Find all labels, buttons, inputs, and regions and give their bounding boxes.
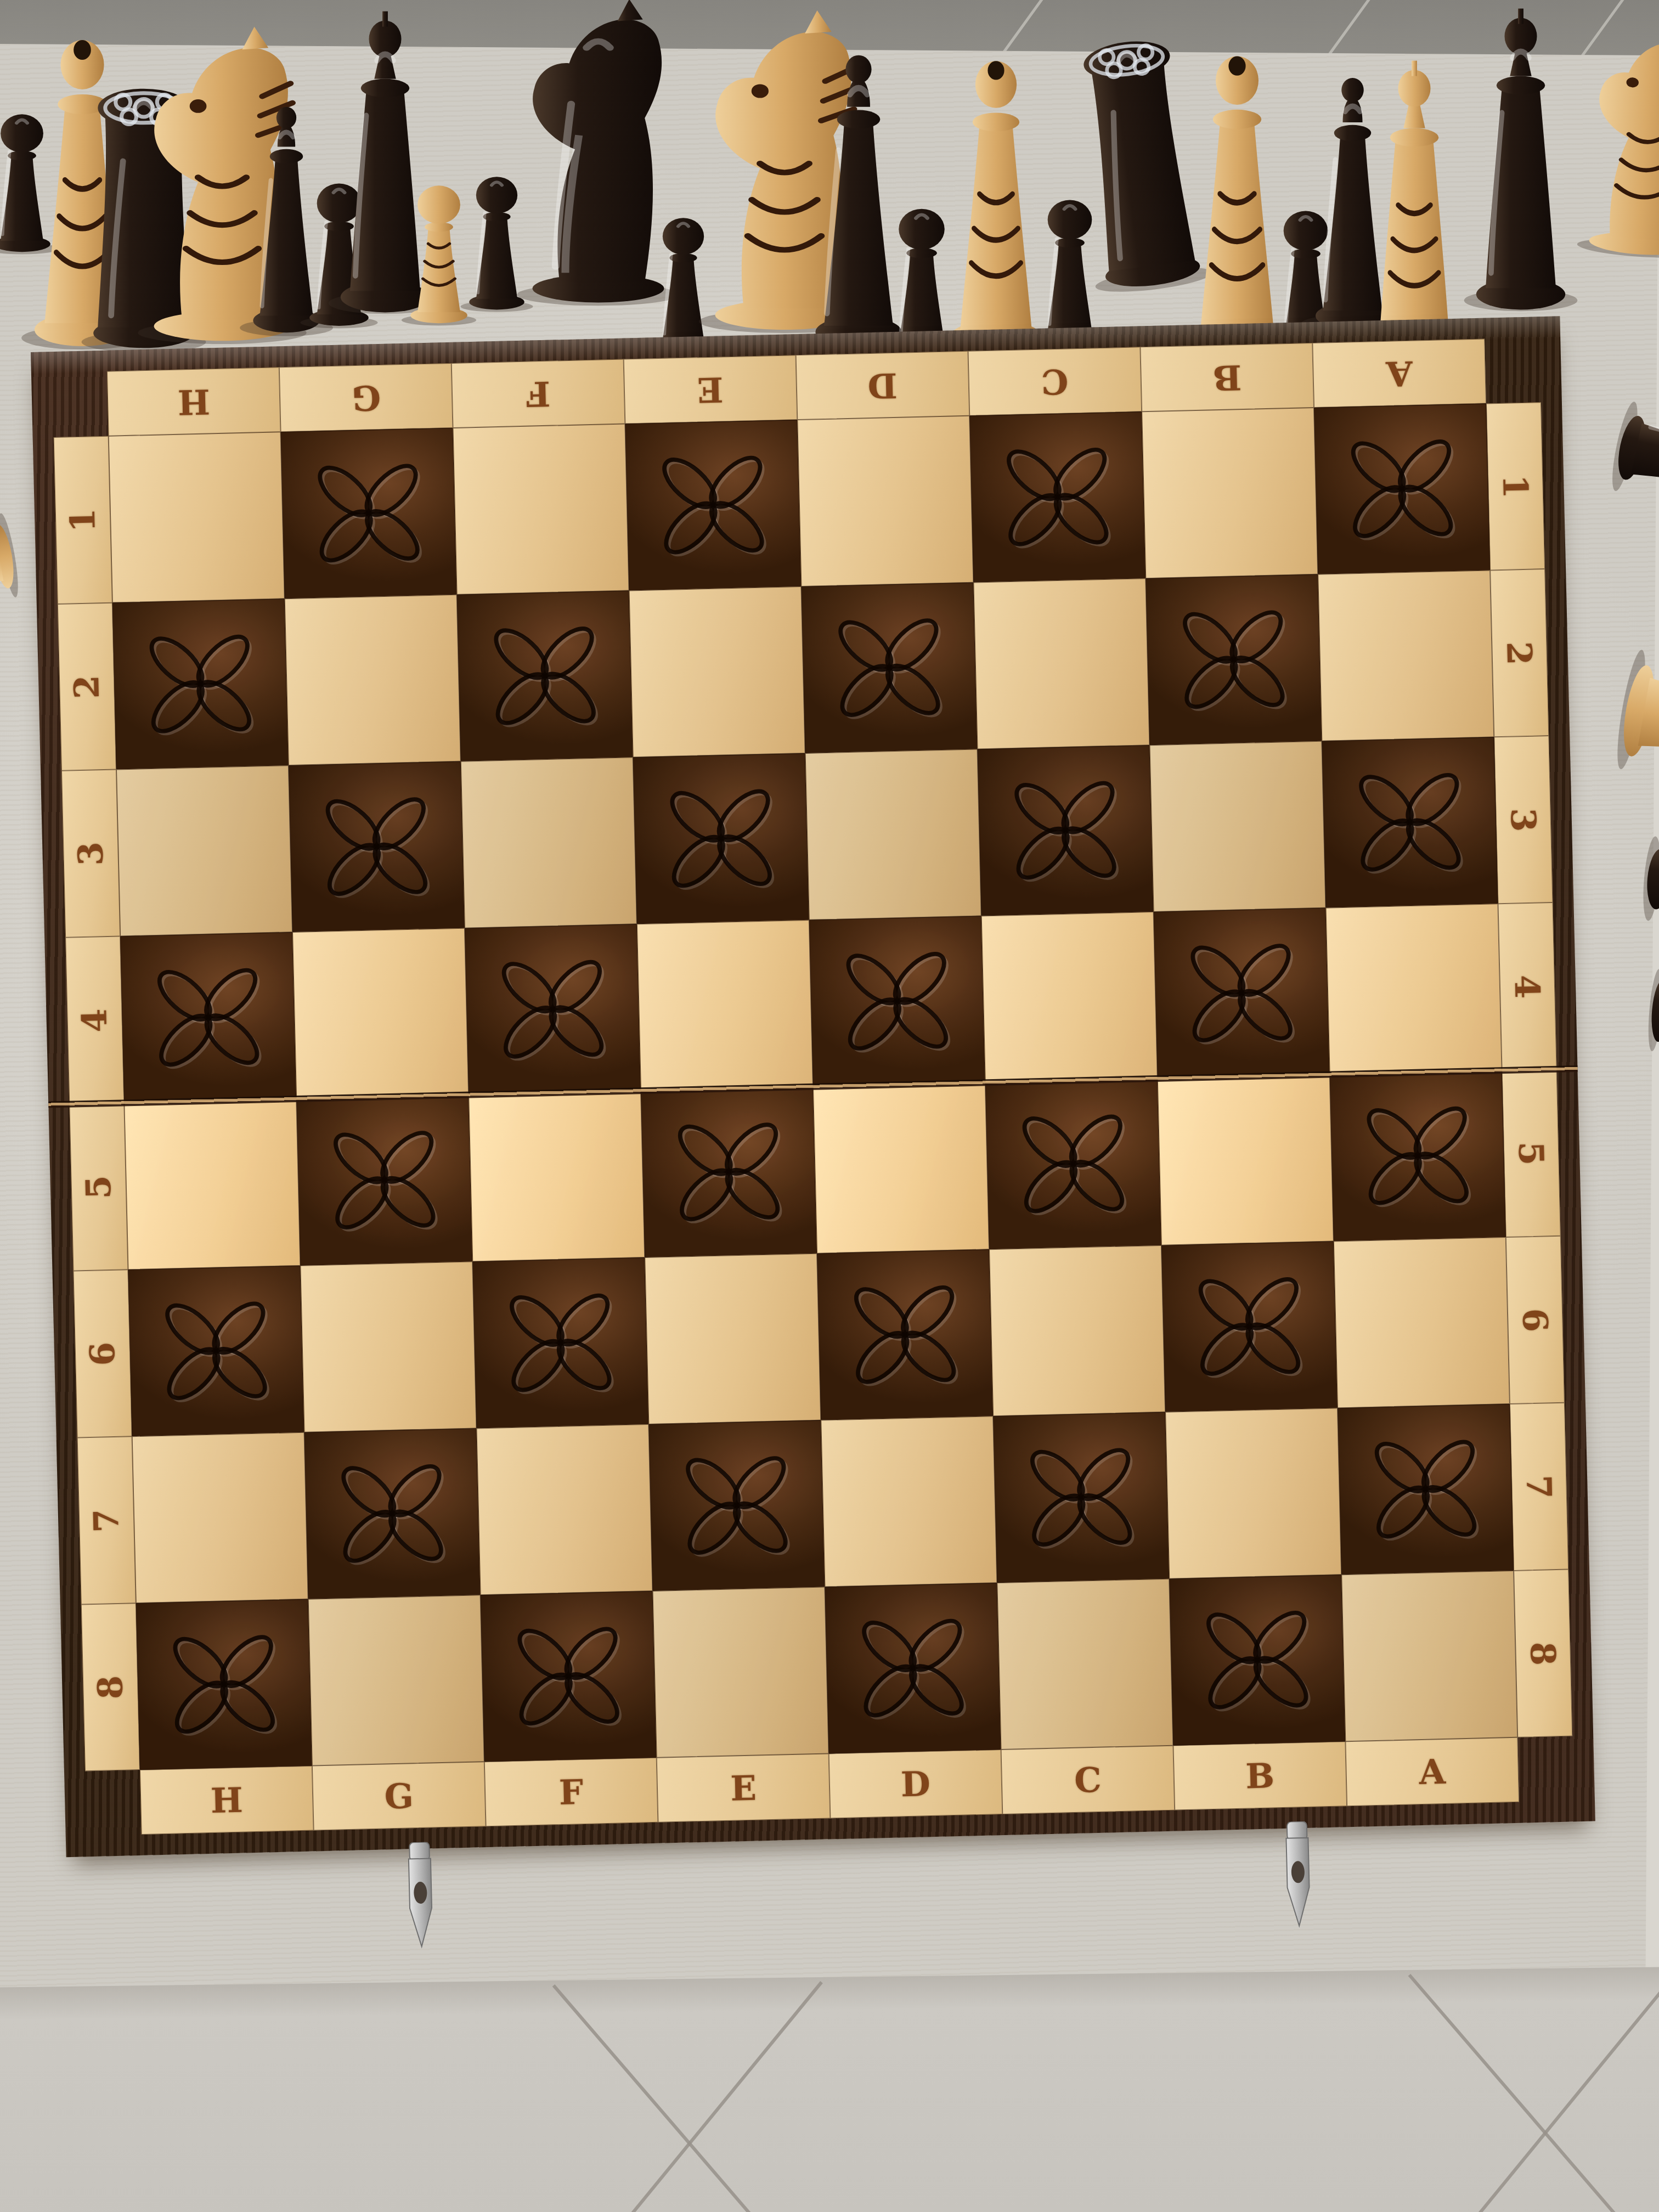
square-e4[interactable] xyxy=(637,920,813,1091)
rank-right-cell-7: 7 xyxy=(1510,1403,1568,1571)
square-a6[interactable] xyxy=(1334,1237,1510,1408)
rank-left-label: 4 xyxy=(75,1008,115,1032)
square-c5[interactable] xyxy=(985,1079,1161,1249)
rank-right-label: 2 xyxy=(1499,641,1540,665)
file-top-cell-f: F xyxy=(452,359,625,428)
square-g4[interactable] xyxy=(292,928,469,1099)
square-e5[interactable] xyxy=(641,1087,817,1257)
file-bottom-label: B xyxy=(1245,1756,1275,1796)
file-top-label: D xyxy=(867,365,898,405)
square-e6[interactable] xyxy=(645,1254,821,1424)
square-g7[interactable] xyxy=(304,1428,481,1599)
dark-king-offboard[interactable] xyxy=(1453,5,1588,313)
rank-left-label: 7 xyxy=(86,1508,127,1533)
square-a3[interactable] xyxy=(1322,737,1498,907)
rank-left-label: 3 xyxy=(71,841,111,866)
square-d6[interactable] xyxy=(817,1249,993,1420)
file-bottom-cell-e: E xyxy=(657,1753,831,1822)
file-bottom-label: A xyxy=(1419,1751,1446,1792)
file-top-cell-b: B xyxy=(1140,343,1314,411)
square-a8[interactable] xyxy=(1341,1571,1517,1741)
rank-right-label: 1 xyxy=(1496,474,1536,499)
file-bottom-cell-c: C xyxy=(1001,1746,1175,1814)
file-bottom-cell-g: G xyxy=(312,1762,486,1830)
rank-right-cell-6: 6 xyxy=(1506,1236,1565,1404)
floor-grout-line xyxy=(1408,1974,1659,2212)
square-h3[interactable] xyxy=(116,765,292,936)
square-a7[interactable] xyxy=(1338,1404,1514,1575)
file-top-label: E xyxy=(697,369,724,410)
square-a5[interactable] xyxy=(1330,1070,1506,1241)
rank-right-label: 4 xyxy=(1507,974,1548,999)
rank-right-cell-4: 4 xyxy=(1498,902,1556,1070)
file-top-label: G xyxy=(351,377,381,418)
file-top-cell-e: E xyxy=(624,355,798,424)
file-top-label: A xyxy=(1386,353,1413,393)
square-h5[interactable] xyxy=(124,1099,300,1269)
rank-left-cell-7: 7 xyxy=(77,1436,136,1604)
square-d4[interactable] xyxy=(809,916,985,1086)
rank-left-cell-2: 2 xyxy=(58,603,116,771)
file-bottom-cell-b: B xyxy=(1173,1741,1347,1810)
file-top-label: B xyxy=(1212,357,1242,398)
square-e8[interactable] xyxy=(653,1587,829,1758)
file-top-label: F xyxy=(526,373,551,414)
rank-right-label: 8 xyxy=(1523,1641,1564,1666)
rank-right-cell-8: 8 xyxy=(1514,1570,1572,1737)
square-b4[interactable] xyxy=(1154,908,1330,1079)
square-h1[interactable] xyxy=(109,432,285,602)
square-a4[interactable] xyxy=(1326,904,1502,1074)
floor-grout-line xyxy=(556,1981,823,2212)
rank-left-label: 2 xyxy=(66,674,107,699)
square-c7[interactable] xyxy=(993,1412,1169,1583)
square-c3[interactable] xyxy=(978,745,1154,916)
floor-grout-line xyxy=(1412,1971,1659,2212)
square-g6[interactable] xyxy=(300,1261,476,1432)
square-d3[interactable] xyxy=(805,749,981,920)
metal-clasp-left xyxy=(402,1842,439,1949)
rank-right-cell-2: 2 xyxy=(1490,569,1549,737)
file-bottom-cell-a: A xyxy=(1345,1737,1519,1806)
rank-right-label: 6 xyxy=(1515,1307,1555,1332)
file-bottom-label: F xyxy=(558,1772,584,1813)
rank-left-cell-4: 4 xyxy=(65,936,124,1104)
square-h7[interactable] xyxy=(132,1432,308,1603)
square-c2[interactable] xyxy=(973,578,1149,749)
file-bottom-label: D xyxy=(900,1764,930,1804)
square-h6[interactable] xyxy=(128,1266,304,1436)
square-h4[interactable] xyxy=(120,932,296,1103)
file-top-cell-h: H xyxy=(107,367,281,436)
file-top-cell-g: G xyxy=(279,363,453,432)
square-f5[interactable] xyxy=(469,1091,645,1261)
metal-clasp-right xyxy=(1279,1821,1317,1929)
square-h2[interactable] xyxy=(112,599,289,769)
chess-board: HGFEDCBA HGFEDCBA 12345678 12345678 xyxy=(31,316,1595,1857)
floor-tiles xyxy=(0,1967,1659,2212)
square-c8[interactable] xyxy=(997,1579,1173,1750)
square-e7[interactable] xyxy=(648,1420,825,1591)
file-top-cell-c: C xyxy=(968,347,1142,415)
square-f7[interactable] xyxy=(476,1424,652,1595)
square-e1[interactable] xyxy=(625,420,801,590)
file-bottom-label: G xyxy=(384,1776,414,1816)
square-b8[interactable] xyxy=(1169,1575,1345,1745)
rank-right-label: 5 xyxy=(1511,1141,1551,1166)
rank-left-label: 6 xyxy=(82,1341,123,1366)
file-bottom-cell-h: H xyxy=(140,1766,314,1835)
rank-left-cell-8: 8 xyxy=(81,1603,140,1771)
square-g3[interactable] xyxy=(289,761,465,932)
rank-left-label: 1 xyxy=(63,507,103,532)
file-top-label: C xyxy=(1041,361,1069,402)
square-b7[interactable] xyxy=(1165,1408,1341,1578)
square-c4[interactable] xyxy=(981,912,1158,1082)
square-b3[interactable] xyxy=(1149,741,1325,912)
rank-right-label: 3 xyxy=(1503,808,1544,832)
file-top-cell-d: D xyxy=(796,351,970,420)
rank-left-cell-6: 6 xyxy=(73,1269,132,1437)
square-g1[interactable] xyxy=(281,428,457,599)
square-f8[interactable] xyxy=(481,1591,657,1762)
square-d8[interactable] xyxy=(825,1583,1001,1753)
square-b2[interactable] xyxy=(1145,574,1322,745)
rank-left-label: 5 xyxy=(78,1175,119,1199)
rank-left-cell-5: 5 xyxy=(69,1103,128,1271)
square-e3[interactable] xyxy=(633,753,809,924)
square-d5[interactable] xyxy=(813,1082,989,1253)
rank-right-label: 7 xyxy=(1519,1474,1559,1499)
square-h8[interactable] xyxy=(136,1599,312,1770)
square-f6[interactable] xyxy=(472,1257,648,1428)
square-b1[interactable] xyxy=(1142,408,1318,578)
rank-right-cell-3: 3 xyxy=(1494,736,1553,904)
rank-right-cell-5: 5 xyxy=(1502,1069,1561,1237)
floor-grout-line xyxy=(552,1984,827,2212)
file-bottom-label: E xyxy=(730,1768,757,1808)
rank-left-label: 8 xyxy=(90,1675,131,1700)
square-f1[interactable] xyxy=(453,424,629,595)
square-f3[interactable] xyxy=(461,757,637,928)
square-g8[interactable] xyxy=(308,1595,484,1765)
square-e2[interactable] xyxy=(629,586,805,757)
square-f2[interactable] xyxy=(457,590,633,761)
square-d7[interactable] xyxy=(821,1416,997,1587)
rank-left-cell-1: 1 xyxy=(54,436,112,604)
file-bottom-cell-d: D xyxy=(829,1750,1003,1818)
square-b6[interactable] xyxy=(1161,1241,1338,1412)
file-bottom-label: H xyxy=(210,1780,243,1820)
file-bottom-label: C xyxy=(1074,1759,1102,1800)
rank-right-cell-1: 1 xyxy=(1486,402,1545,570)
square-a1[interactable] xyxy=(1314,404,1490,574)
file-top-cell-a: A xyxy=(1312,339,1486,408)
square-a2[interactable] xyxy=(1318,570,1494,741)
square-d1[interactable] xyxy=(797,416,973,586)
square-c1[interactable] xyxy=(969,411,1145,582)
square-g5[interactable] xyxy=(296,1095,472,1266)
light-knight-offboard[interactable] xyxy=(1565,18,1659,263)
square-d2[interactable] xyxy=(801,583,977,753)
square-g2[interactable] xyxy=(285,595,461,765)
rank-left-cell-3: 3 xyxy=(61,770,120,938)
square-f4[interactable] xyxy=(465,924,641,1094)
file-bottom-cell-f: F xyxy=(484,1758,658,1826)
square-b5[interactable] xyxy=(1158,1075,1334,1245)
square-c6[interactable] xyxy=(989,1245,1165,1416)
file-top-label: H xyxy=(177,381,210,422)
